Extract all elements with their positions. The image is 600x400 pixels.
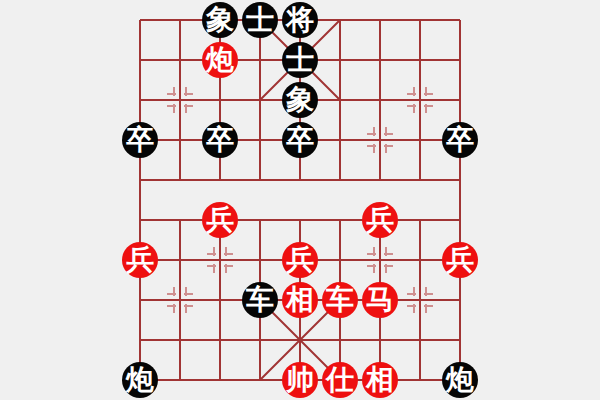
piece-black-elephant[interactable]: 象 xyxy=(202,2,238,38)
piece-black-pawn[interactable]: 卒 xyxy=(282,122,318,158)
piece-black-pawn[interactable]: 卒 xyxy=(442,122,478,158)
piece-red-elephant[interactable]: 相 xyxy=(362,362,398,398)
piece-red-advisor[interactable]: 仕 xyxy=(322,362,358,398)
piece-black-advisor[interactable]: 士 xyxy=(282,42,318,78)
piece-black-pawn[interactable]: 卒 xyxy=(202,122,238,158)
piece-black-cannon[interactable]: 炮 xyxy=(122,362,158,398)
piece-red-elephant[interactable]: 相 xyxy=(282,282,318,318)
piece-black-elephant[interactable]: 象 xyxy=(282,82,318,118)
piece-black-cannon[interactable]: 炮 xyxy=(442,362,478,398)
piece-red-pawn[interactable]: 兵 xyxy=(442,242,478,278)
piece-red-chariot[interactable]: 车 xyxy=(322,282,358,318)
piece-red-general[interactable]: 帅 xyxy=(282,362,318,398)
piece-red-pawn[interactable]: 兵 xyxy=(282,242,318,278)
piece-black-chariot[interactable]: 车 xyxy=(242,282,278,318)
piece-black-pawn[interactable]: 卒 xyxy=(122,122,158,158)
piece-red-cannon[interactable]: 炮 xyxy=(202,42,238,78)
piece-red-pawn[interactable]: 兵 xyxy=(122,242,158,278)
piece-red-pawn[interactable]: 兵 xyxy=(362,202,398,238)
piece-black-general[interactable]: 将 xyxy=(282,2,318,38)
xiangqi-board: 象士将士象卒卒卒卒车炮炮炮兵兵兵兵兵相车马帅仕相 xyxy=(0,0,600,400)
piece-red-horse[interactable]: 马 xyxy=(362,282,398,318)
piece-red-pawn[interactable]: 兵 xyxy=(202,202,238,238)
piece-black-advisor[interactable]: 士 xyxy=(242,2,278,38)
